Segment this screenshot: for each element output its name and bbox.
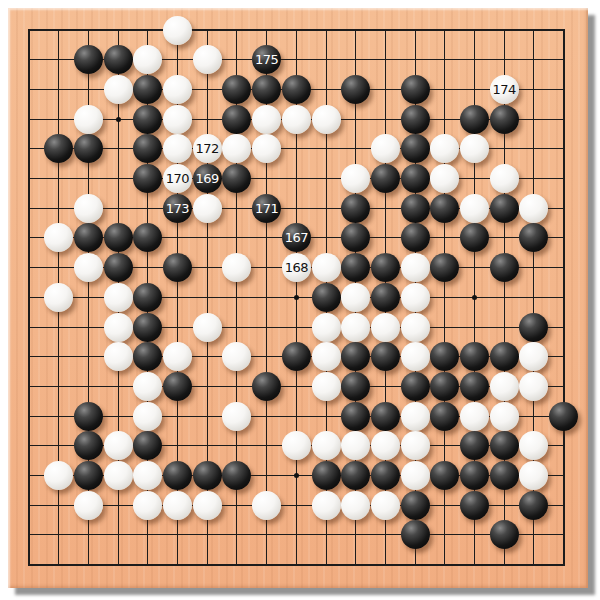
stone-white [222,253,251,282]
stone-black [133,283,162,312]
stone-black [341,461,370,490]
stone-black [104,253,133,282]
stone-black [490,431,519,460]
grid-line-vertical [563,29,565,566]
stone-black: 169 [193,164,222,193]
stone-white [104,313,133,342]
stone-black [401,223,430,252]
stone-white [401,431,430,460]
stone-black [519,491,548,520]
stone-black [341,253,370,282]
stone-white [44,223,73,252]
stone-white [401,461,430,490]
stone-white [133,402,162,431]
stone-black [460,342,489,371]
stone-black [163,372,192,401]
stone-black [341,402,370,431]
move-number-label: 169 [196,172,219,185]
stone-white [252,491,281,520]
stone-black [371,253,400,282]
stone-white: 172 [193,134,222,163]
stone-white [74,194,103,223]
stone-black [282,342,311,371]
stone-black [133,431,162,460]
stone-black [341,372,370,401]
stone-black [430,402,459,431]
stone-white [490,402,519,431]
move-number-label: 174 [493,83,516,96]
stone-white [401,402,430,431]
stone-black [401,520,430,549]
move-number-label: 172 [196,142,219,155]
stone-black [222,164,251,193]
stone-white [133,491,162,520]
stone-black [460,431,489,460]
move-number-label: 173 [166,202,189,215]
grid-line-horizontal [28,564,565,566]
stone-black [549,402,578,431]
stone-black [371,402,400,431]
stone-white [312,342,341,371]
grid-line-horizontal [28,534,565,535]
stone-white [252,134,281,163]
stone-white [163,134,192,163]
stone-white [44,283,73,312]
stone-black [371,164,400,193]
stone-black [341,342,370,371]
stone-white [44,461,73,490]
stone-black [371,283,400,312]
stone-black [460,223,489,252]
stone-white [430,164,459,193]
stone-white [312,372,341,401]
stone-black [460,461,489,490]
stone-black [44,134,73,163]
stone-black [430,461,459,490]
stone-black [519,223,548,252]
stone-black [401,134,430,163]
stone-white [193,194,222,223]
stone-white [460,402,489,431]
stone-black [430,342,459,371]
stone-white [252,105,281,134]
stone-white [371,134,400,163]
stone-white [341,313,370,342]
stone-white [104,461,133,490]
stone-black [430,372,459,401]
stone-black [401,194,430,223]
stone-black [401,491,430,520]
stone-white [519,372,548,401]
stone-black [401,75,430,104]
star-point [472,295,477,300]
stone-black [490,105,519,134]
stone-white [163,491,192,520]
stone-black [519,313,548,342]
stone-white [104,342,133,371]
stone-white [341,164,370,193]
star-point [116,117,121,122]
stone-black: 173 [163,194,192,223]
stone-black [74,461,103,490]
stone-white [222,134,251,163]
move-number-label: 168 [285,261,308,274]
stone-black [490,253,519,282]
stone-white [282,431,311,460]
stone-white [193,45,222,74]
stone-black [490,194,519,223]
stone-white [312,253,341,282]
stone-black [74,134,103,163]
stone-black [401,105,430,134]
stone-white [193,491,222,520]
stone-white [74,253,103,282]
stone-black [371,461,400,490]
stone-black [312,461,341,490]
stone-white [163,105,192,134]
stone-black [490,461,519,490]
stone-black [460,491,489,520]
stone-white [460,194,489,223]
stone-black [490,520,519,549]
stone-white [490,164,519,193]
stone-black: 167 [282,223,311,252]
stone-black [401,372,430,401]
stone-black [222,105,251,134]
go-board[interactable]: 175174172170169173171167168 [8,8,588,588]
stone-white [312,105,341,134]
stone-white [490,372,519,401]
stone-white [460,134,489,163]
stone-black [371,342,400,371]
stone-black [341,223,370,252]
stone-white [104,431,133,460]
stone-white [401,313,430,342]
stone-black [74,45,103,74]
stone-black [252,75,281,104]
stone-white [222,342,251,371]
stone-white [430,134,459,163]
stone-white [341,491,370,520]
stone-black: 171 [252,194,281,223]
stone-black [460,372,489,401]
stone-white [193,313,222,342]
stone-black [133,223,162,252]
stone-white [341,431,370,460]
stone-white [74,491,103,520]
stone-white [519,342,548,371]
stone-white [163,16,192,45]
stone-white: 170 [163,164,192,193]
stone-black [104,45,133,74]
stone-white [163,75,192,104]
stone-black [193,461,222,490]
stone-black [133,134,162,163]
stone-white [519,461,548,490]
stone-black [490,342,519,371]
go-diagram: 175174172170169173171167168 [0,0,600,600]
stone-white [401,342,430,371]
move-number-label: 171 [255,202,278,215]
stone-white [341,283,370,312]
stone-black [74,431,103,460]
star-point [294,473,299,478]
stone-white: 174 [490,75,519,104]
stone-black [460,105,489,134]
stone-white [519,194,548,223]
move-number-label: 175 [255,53,278,66]
stone-white [163,342,192,371]
star-point [294,295,299,300]
stone-black [104,223,133,252]
stone-black [401,164,430,193]
stone-black [133,105,162,134]
stone-black [312,283,341,312]
stone-white [371,491,400,520]
stone-white [401,253,430,282]
stone-white [371,431,400,460]
move-number-label: 170 [166,172,189,185]
stone-black [341,194,370,223]
stone-black [133,342,162,371]
stone-black [133,313,162,342]
stone-black [430,253,459,282]
stone-black [252,372,281,401]
stone-black [133,164,162,193]
stone-white [104,283,133,312]
stone-black [282,75,311,104]
stone-black [341,75,370,104]
stone-white [104,75,133,104]
stone-black [163,461,192,490]
move-number-label: 167 [285,231,308,244]
stone-white [133,372,162,401]
stone-black [74,402,103,431]
stone-white [312,491,341,520]
stone-white [312,431,341,460]
stone-black [430,194,459,223]
stone-black [222,461,251,490]
stone-black: 175 [252,45,281,74]
stone-white [312,313,341,342]
stone-white [222,402,251,431]
stone-white [133,461,162,490]
stone-white [519,431,548,460]
stone-white [74,105,103,134]
stone-white [401,283,430,312]
stone-black [133,75,162,104]
stone-white: 168 [282,253,311,282]
stone-white [282,105,311,134]
stone-white [133,45,162,74]
stone-black [163,253,192,282]
stone-black [222,75,251,104]
stone-black [74,223,103,252]
stone-white [371,313,400,342]
